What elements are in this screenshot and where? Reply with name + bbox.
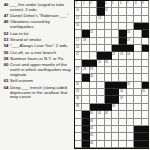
grid-cell[interactable] xyxy=(127,111,134,118)
clue-item: 64Deep-___ trench (steep-sided depressio… xyxy=(1,85,71,99)
grid-cell[interactable] xyxy=(105,16,112,23)
clue-number: 58 xyxy=(1,56,10,61)
grid-cell[interactable] xyxy=(142,52,149,59)
clue-item: 53Strand of smoke xyxy=(1,37,71,42)
grid-cell[interactable] xyxy=(134,96,141,103)
grid-cell[interactable]: 11 xyxy=(105,8,112,15)
cell-number: 35 xyxy=(142,89,145,92)
clue-item: 54“___ Always Love You”: 2 wds. xyxy=(1,44,71,49)
grid-cell[interactable] xyxy=(75,30,82,37)
grid-cell[interactable] xyxy=(97,74,104,81)
clue-list: 46___ fire under (urged to take action):… xyxy=(1,2,71,101)
black-cell xyxy=(142,45,149,52)
clue-text: “___ Always Love You”: 2 wds. xyxy=(10,44,71,49)
grid-cell[interactable] xyxy=(97,30,104,37)
clue-item: 46___ fire under (urged to take action):… xyxy=(1,2,71,12)
grid-cell[interactable] xyxy=(119,67,126,74)
grid-cell[interactable]: 36 xyxy=(75,96,82,103)
grid-cell[interactable] xyxy=(134,119,141,126)
black-cell xyxy=(82,126,89,133)
grid-cell[interactable]: 26 xyxy=(105,60,112,67)
grid-cell[interactable] xyxy=(119,16,126,23)
grid-cell[interactable]: 32 xyxy=(127,82,134,89)
clue-number: 52 xyxy=(1,31,10,36)
grid-cell[interactable] xyxy=(134,8,141,15)
grid-cell[interactable] xyxy=(82,16,89,23)
black-cell xyxy=(90,60,97,67)
grid-cell[interactable] xyxy=(142,67,149,74)
grid-cell[interactable] xyxy=(134,67,141,74)
black-cell xyxy=(134,23,141,30)
grid-cell[interactable] xyxy=(97,141,104,148)
grid-cell[interactable]: 6 xyxy=(119,1,126,8)
grid-cell[interactable] xyxy=(119,119,126,126)
cell-number: 34 xyxy=(120,89,123,92)
grid-cell[interactable] xyxy=(82,45,89,52)
grid-cell[interactable] xyxy=(112,8,119,15)
grid-cell[interactable] xyxy=(119,74,126,81)
clue-number: 60 xyxy=(1,63,10,77)
grid-cell[interactable]: 17 xyxy=(75,38,82,45)
grid-cell[interactable] xyxy=(119,133,126,140)
grid-cell[interactable]: 43 xyxy=(90,119,97,126)
cell-number: 6 xyxy=(120,1,122,4)
grid-cell[interactable] xyxy=(142,96,149,103)
grid-cell[interactable]: 45 xyxy=(90,133,97,140)
clue-text: Low in fat xyxy=(10,31,71,36)
grid-cell[interactable] xyxy=(90,38,97,45)
grid-cell[interactable] xyxy=(142,119,149,126)
grid-cell[interactable]: 40 xyxy=(90,111,97,118)
grid-cell[interactable] xyxy=(134,111,141,118)
black-cell xyxy=(112,96,119,103)
grid-cell[interactable] xyxy=(90,89,97,96)
cell-number: 31 xyxy=(76,82,79,85)
grid-cell[interactable] xyxy=(119,8,126,15)
cell-number: 13 xyxy=(98,16,101,19)
grid-cell[interactable] xyxy=(82,52,89,59)
grid-cell[interactable] xyxy=(119,104,126,111)
grid-cell[interactable] xyxy=(105,38,112,45)
black-cell xyxy=(119,38,126,45)
grid-cell[interactable] xyxy=(127,126,134,133)
grid-cell[interactable] xyxy=(112,60,119,67)
grid-cell[interactable]: 8 xyxy=(134,1,141,8)
grid-cell[interactable]: 37 xyxy=(119,96,126,103)
black-cell xyxy=(142,30,149,37)
grid-cell[interactable] xyxy=(134,74,141,81)
cell-number: 27 xyxy=(76,67,79,70)
grid-cell[interactable] xyxy=(90,8,97,15)
grid-cell[interactable] xyxy=(82,82,89,89)
cell-number: 2 xyxy=(83,1,85,4)
grid-cell[interactable] xyxy=(112,111,119,118)
clue-text: Cut off, as a tree branch xyxy=(10,50,71,55)
cell-number: 44 xyxy=(90,126,93,129)
grid-cell[interactable] xyxy=(119,126,126,133)
black-cell xyxy=(82,111,89,118)
grid-cell[interactable] xyxy=(127,89,134,96)
grid-cell[interactable] xyxy=(105,119,112,126)
cell-number: 23 xyxy=(120,52,123,55)
grid-cell[interactable]: 7 xyxy=(127,1,134,8)
cell-number: 8 xyxy=(135,1,137,4)
cell-number: 46 xyxy=(90,141,93,144)
grid-cell[interactable] xyxy=(142,111,149,118)
grid-cell[interactable]: 42 xyxy=(105,111,112,118)
black-cell xyxy=(112,89,119,96)
grid-cell[interactable] xyxy=(75,133,82,140)
grid-cell[interactable] xyxy=(134,45,141,52)
cell-number: 32 xyxy=(127,82,130,85)
clue-number: 47 xyxy=(1,13,10,18)
cell-number: 15 xyxy=(90,30,93,33)
grid-cell[interactable] xyxy=(75,126,82,133)
grid-cell[interactable] xyxy=(90,16,97,23)
cell-number: 45 xyxy=(90,133,93,136)
black-cell xyxy=(142,133,149,140)
clue-text: Crust and upper mantle of the earth in w… xyxy=(10,63,71,77)
grid-cell[interactable]: 13 xyxy=(97,16,104,23)
grid-cell[interactable] xyxy=(75,60,82,67)
grid-cell[interactable] xyxy=(119,23,126,30)
cell-number: 37 xyxy=(120,96,123,99)
black-cell xyxy=(97,52,104,59)
grid-cell[interactable] xyxy=(97,133,104,140)
cell-number: 24 xyxy=(127,52,130,55)
grid-cell[interactable] xyxy=(90,45,97,52)
grid-cell[interactable] xyxy=(127,141,134,148)
grid-cell[interactable]: 10 xyxy=(75,8,82,15)
cell-number: 39 xyxy=(112,104,115,107)
cell-number: 38 xyxy=(76,104,79,107)
grid-cell[interactable] xyxy=(127,133,134,140)
cell-number: 7 xyxy=(127,1,129,4)
grid-cell[interactable] xyxy=(82,104,89,111)
grid-cell[interactable] xyxy=(142,104,149,111)
grid-cell[interactable] xyxy=(119,141,126,148)
cell-number: 43 xyxy=(90,119,93,122)
grid-cell[interactable]: 24 xyxy=(127,52,134,59)
cell-number: 25 xyxy=(98,60,101,63)
grid-cell[interactable] xyxy=(134,52,141,59)
grid-cell[interactable] xyxy=(97,89,104,96)
grid-cell[interactable]: 25 xyxy=(97,60,104,67)
black-cell xyxy=(112,82,119,89)
cell-number: 12 xyxy=(76,16,79,19)
clue-text: Vibrations caused by earthquakes xyxy=(10,20,71,30)
cell-number: 14 xyxy=(76,23,79,26)
grid-cell[interactable] xyxy=(97,126,104,133)
black-cell xyxy=(105,52,112,59)
grid-cell[interactable] xyxy=(119,60,126,67)
cell-number: 5 xyxy=(112,1,114,4)
crossword-grid: 1234567891011121314151617181920212223242… xyxy=(74,0,149,149)
grid-cell[interactable]: 30 xyxy=(90,74,97,81)
grid-cell[interactable] xyxy=(105,67,112,74)
black-cell xyxy=(119,30,126,37)
grid-cell[interactable] xyxy=(75,74,82,81)
grid-cell[interactable] xyxy=(90,52,97,59)
clue-text: Daniel Defoe's “Robinson ___” xyxy=(10,13,71,18)
black-cell xyxy=(142,23,149,30)
cell-number: 20 xyxy=(76,45,79,48)
grid-cell[interactable]: 9 xyxy=(142,1,149,8)
grid-cell[interactable]: 21 xyxy=(75,52,82,59)
black-cell xyxy=(105,96,112,103)
grid-cell[interactable] xyxy=(97,119,104,126)
grid-cell[interactable] xyxy=(105,74,112,81)
grid-cell[interactable] xyxy=(142,8,149,15)
grid-cell[interactable] xyxy=(105,133,112,140)
grid-cell[interactable] xyxy=(75,111,82,118)
grid-cell[interactable] xyxy=(97,38,104,45)
cell-number: 22 xyxy=(112,52,115,55)
black-cell xyxy=(105,82,112,89)
grid-cell[interactable] xyxy=(134,16,141,23)
grid-cell[interactable] xyxy=(90,82,97,89)
grid-cell[interactable] xyxy=(112,126,119,133)
grid-cell[interactable] xyxy=(142,16,149,23)
black-cell xyxy=(105,89,112,96)
clue-text: ___ fire under (urged to take action): 2… xyxy=(10,2,71,12)
clue-text: Summer hours in N.Y. or Pa. xyxy=(10,56,71,61)
clue-item: 56Cut off, as a tree branch xyxy=(1,50,71,55)
clue-item: 60Crust and upper mantle of the earth in… xyxy=(1,63,71,77)
cell-number: 10 xyxy=(76,8,79,11)
grid-cell[interactable]: 5 xyxy=(112,1,119,8)
grid-cell[interactable] xyxy=(127,96,134,103)
grid-cell[interactable]: 3 xyxy=(90,1,97,8)
cell-number: 1 xyxy=(76,1,78,4)
clue-number: 53 xyxy=(1,37,10,42)
black-cell xyxy=(134,141,141,148)
grid-cell[interactable]: 16 xyxy=(127,30,134,37)
crossword-page: 46___ fire under (urged to take action):… xyxy=(0,0,150,150)
black-cell xyxy=(82,30,89,37)
cell-number: 36 xyxy=(76,96,79,99)
grid-cell[interactable] xyxy=(134,104,141,111)
clue-item: 52Low in fat xyxy=(1,31,71,36)
grid-cell[interactable]: 23 xyxy=(119,52,126,59)
cell-number: 16 xyxy=(127,30,130,33)
black-cell xyxy=(97,8,104,15)
grid-cell[interactable]: 19 xyxy=(127,38,134,45)
grid-cell[interactable] xyxy=(112,30,119,37)
grid-cell[interactable] xyxy=(112,133,119,140)
clue-number: 56 xyxy=(1,50,10,55)
grid-cell[interactable]: 15 xyxy=(90,30,97,37)
clue-text: Self-esteem xyxy=(10,79,71,84)
grid-cell[interactable] xyxy=(75,119,82,126)
cell-number: 26 xyxy=(105,60,108,63)
grid-cell[interactable] xyxy=(112,38,119,45)
clue-item: 63Self-esteem xyxy=(1,79,71,84)
clue-number: 49 xyxy=(1,20,10,30)
grid-cell[interactable]: 2 xyxy=(82,1,89,8)
grid-cell[interactable]: 38 xyxy=(75,104,82,111)
cell-number: 41 xyxy=(98,111,101,114)
black-cell xyxy=(142,126,149,133)
grid-cell[interactable]: 12 xyxy=(75,16,82,23)
grid-cell[interactable] xyxy=(97,45,104,52)
cell-number: 4 xyxy=(105,1,107,4)
grid-cell[interactable] xyxy=(127,104,134,111)
grid-cell[interactable] xyxy=(82,23,89,30)
grid-cell[interactable]: 35 xyxy=(142,89,149,96)
grid-cell[interactable] xyxy=(142,38,149,45)
grid-cell[interactable] xyxy=(127,8,134,15)
cell-number: 3 xyxy=(90,1,92,4)
grid-cell[interactable]: 22 xyxy=(112,52,119,59)
grid-cell[interactable] xyxy=(127,16,134,23)
clue-text: Strand of smoke xyxy=(10,37,71,42)
grid-cell[interactable] xyxy=(142,60,149,67)
grid-cell[interactable] xyxy=(90,96,97,103)
black-cell xyxy=(82,60,89,67)
grid-cell[interactable]: 39 xyxy=(112,104,119,111)
grid-cell[interactable] xyxy=(119,111,126,118)
clue-number: 46 xyxy=(1,2,10,12)
grid-cell[interactable] xyxy=(134,82,141,89)
grid-cell[interactable] xyxy=(142,74,149,81)
clue-item: 47Daniel Defoe's “Robinson ___” xyxy=(1,13,71,18)
grid-cell[interactable] xyxy=(127,74,134,81)
grid-cell[interactable] xyxy=(127,119,134,126)
cell-number: 30 xyxy=(90,74,93,77)
black-cell xyxy=(142,141,149,148)
grid-cell[interactable] xyxy=(112,141,119,148)
cell-number: 19 xyxy=(127,38,130,41)
grid-cell[interactable] xyxy=(112,16,119,23)
clue-number: 54 xyxy=(1,44,10,49)
black-cell xyxy=(82,74,89,81)
black-cell xyxy=(134,126,141,133)
grid-cell[interactable] xyxy=(97,96,104,103)
cell-number: 21 xyxy=(76,52,79,55)
grid-cell[interactable] xyxy=(134,30,141,37)
grid-cell[interactable]: 14 xyxy=(75,23,82,30)
grid-cell[interactable] xyxy=(134,60,141,67)
grid-cell[interactable]: 46 xyxy=(90,141,97,148)
grid-cell[interactable] xyxy=(112,67,119,74)
clue-item: 58Summer hours in N.Y. or Pa. xyxy=(1,56,71,61)
clue-number: 64 xyxy=(1,85,10,99)
grid-cell[interactable]: 41 xyxy=(97,111,104,118)
grid-cell[interactable] xyxy=(112,74,119,81)
grid-cell[interactable] xyxy=(105,141,112,148)
cell-number: 42 xyxy=(105,111,108,114)
black-cell xyxy=(97,1,104,8)
grid-cell[interactable]: 28 xyxy=(82,67,89,74)
grid-cell[interactable]: 27 xyxy=(75,67,82,74)
grid-cell[interactable] xyxy=(82,89,89,96)
grid-cell[interactable] xyxy=(75,141,82,148)
grid-cell[interactable] xyxy=(134,38,141,45)
black-cell xyxy=(82,141,89,148)
cell-number: 18 xyxy=(83,38,86,41)
grid-cell[interactable] xyxy=(82,8,89,15)
cell-number: 28 xyxy=(83,67,86,70)
cell-number: 33 xyxy=(76,89,79,92)
cell-number: 40 xyxy=(90,111,93,114)
grid-cell[interactable] xyxy=(105,45,112,52)
grid-cell[interactable] xyxy=(134,89,141,96)
grid-cell[interactable]: 18 xyxy=(82,38,89,45)
cell-number: 29 xyxy=(90,67,93,70)
grid-cell[interactable] xyxy=(112,119,119,126)
cell-number: 11 xyxy=(105,8,108,11)
cell-number: 9 xyxy=(142,1,144,4)
clue-text: Deep-___ trench (steep-sided depression … xyxy=(10,85,71,99)
grid-cell[interactable] xyxy=(112,23,119,30)
clue-item: 49Vibrations caused by earthquakes xyxy=(1,20,71,30)
cell-number: 17 xyxy=(76,38,79,41)
grid-cell[interactable] xyxy=(97,67,104,74)
clue-number: 63 xyxy=(1,79,10,84)
grid-cell[interactable] xyxy=(105,30,112,37)
grid-cell[interactable] xyxy=(97,23,104,30)
grid-cell[interactable] xyxy=(105,126,112,133)
black-cell xyxy=(82,119,89,126)
black-cell xyxy=(134,133,141,140)
black-cell xyxy=(82,133,89,140)
grid-cell[interactable] xyxy=(105,23,112,30)
grid-cell[interactable] xyxy=(97,82,104,89)
grid-cell[interactable] xyxy=(82,96,89,103)
grid-cell[interactable] xyxy=(127,60,134,67)
grid-cell[interactable] xyxy=(127,67,134,74)
